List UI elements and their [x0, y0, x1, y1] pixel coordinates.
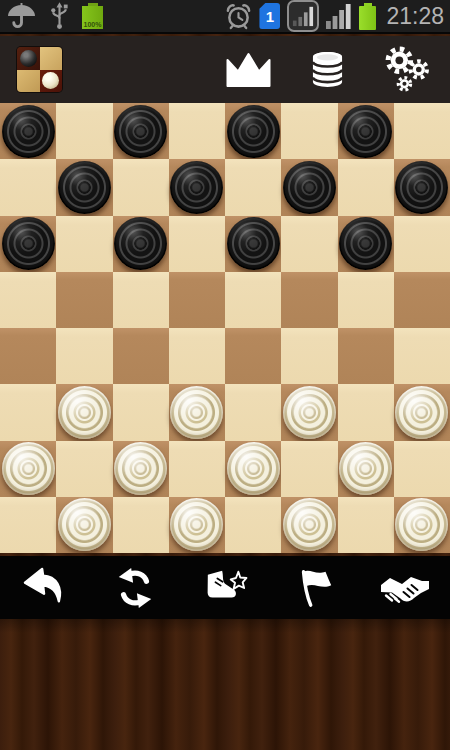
- usb-icon: [49, 2, 70, 31]
- app-icon-light-square: [17, 70, 40, 93]
- stack-icon: [311, 51, 344, 88]
- square-c3: [113, 384, 169, 440]
- square-c5: [113, 272, 169, 328]
- square-a3: [0, 384, 56, 440]
- white-piece[interactable]: [114, 442, 167, 495]
- square-g7: [338, 159, 394, 215]
- app-icon-dark-square: [17, 47, 40, 70]
- app-icon-white-piece: [42, 72, 59, 89]
- battery-100-icon: 100%: [82, 3, 103, 29]
- square-c8[interactable]: [113, 103, 169, 159]
- square-e8[interactable]: [225, 103, 281, 159]
- square-e2[interactable]: [225, 441, 281, 497]
- square-a7: [0, 159, 56, 215]
- restart-icon: [114, 566, 156, 610]
- app-icon-dark-square: [40, 70, 63, 93]
- square-d8: [169, 103, 225, 159]
- status-clock: 21:28: [386, 3, 444, 30]
- square-e3: [225, 384, 281, 440]
- square-h8: [394, 103, 450, 159]
- square-a8[interactable]: [0, 103, 56, 159]
- black-piece[interactable]: [283, 161, 336, 214]
- app-icon-light-square: [40, 47, 63, 70]
- crown-icon: [225, 51, 272, 89]
- square-f3[interactable]: [281, 384, 337, 440]
- square-b6: [56, 216, 112, 272]
- resign-flag-icon: [293, 567, 337, 609]
- undo-icon: [22, 567, 68, 609]
- square-e6[interactable]: [225, 216, 281, 272]
- white-piece[interactable]: [170, 498, 223, 551]
- battery-icon: [359, 3, 376, 30]
- square-a6[interactable]: [0, 216, 56, 272]
- kick-button[interactable]: [180, 556, 270, 619]
- square-b4: [56, 328, 112, 384]
- kick-icon: [197, 567, 253, 609]
- white-piece[interactable]: [170, 386, 223, 439]
- square-b5[interactable]: [56, 272, 112, 328]
- wood-background: [0, 619, 450, 750]
- crown-button[interactable]: [224, 45, 272, 95]
- mobile-network-icon: [287, 0, 319, 32]
- square-g1: [338, 497, 394, 553]
- square-h3[interactable]: [394, 384, 450, 440]
- square-c2[interactable]: [113, 441, 169, 497]
- status-bar-left: 100%: [6, 2, 103, 31]
- settings-gears-icon: [383, 46, 430, 93]
- black-piece[interactable]: [227, 105, 280, 158]
- black-piece[interactable]: [227, 217, 280, 270]
- draw-button[interactable]: [360, 556, 450, 619]
- square-c1: [113, 497, 169, 553]
- app-icon[interactable]: [17, 47, 62, 92]
- square-g2[interactable]: [338, 441, 394, 497]
- status-bar-right: 1 21:28: [225, 0, 444, 32]
- black-piece[interactable]: [2, 105, 55, 158]
- battery-percent-label: 100%: [82, 21, 103, 28]
- black-piece[interactable]: [339, 217, 392, 270]
- square-g3: [338, 384, 394, 440]
- black-piece[interactable]: [114, 105, 167, 158]
- square-g4[interactable]: [338, 328, 394, 384]
- white-piece[interactable]: [283, 498, 336, 551]
- white-piece[interactable]: [2, 442, 55, 495]
- square-f2: [281, 441, 337, 497]
- white-piece[interactable]: [58, 386, 111, 439]
- square-f7[interactable]: [281, 159, 337, 215]
- square-d1[interactable]: [169, 497, 225, 553]
- square-f4: [281, 328, 337, 384]
- square-e7: [225, 159, 281, 215]
- action-bar: [0, 556, 450, 619]
- white-piece[interactable]: [339, 442, 392, 495]
- undo-button[interactable]: [0, 556, 90, 619]
- square-f5[interactable]: [281, 272, 337, 328]
- black-piece[interactable]: [395, 161, 448, 214]
- square-a5: [0, 272, 56, 328]
- square-d6: [169, 216, 225, 272]
- white-piece[interactable]: [395, 498, 448, 551]
- square-d7[interactable]: [169, 159, 225, 215]
- square-f6: [281, 216, 337, 272]
- white-piece[interactable]: [58, 498, 111, 551]
- black-piece[interactable]: [170, 161, 223, 214]
- restart-button[interactable]: [90, 556, 180, 619]
- square-e4[interactable]: [225, 328, 281, 384]
- signal-strength-icon: [326, 4, 352, 29]
- square-h2: [394, 441, 450, 497]
- checkers-board: [0, 103, 450, 553]
- square-c6[interactable]: [113, 216, 169, 272]
- square-d5[interactable]: [169, 272, 225, 328]
- white-piece[interactable]: [227, 442, 280, 495]
- status-bar: 100% 1: [0, 0, 450, 34]
- white-piece[interactable]: [283, 386, 336, 439]
- draw-handshake-icon: [380, 569, 430, 607]
- square-d2: [169, 441, 225, 497]
- square-e1: [225, 497, 281, 553]
- square-c7: [113, 159, 169, 215]
- resign-button[interactable]: [270, 556, 360, 619]
- black-piece[interactable]: [58, 161, 111, 214]
- app-icon-black-piece: [20, 50, 37, 67]
- square-g8[interactable]: [338, 103, 394, 159]
- square-a1: [0, 497, 56, 553]
- square-a4[interactable]: [0, 328, 56, 384]
- square-b1[interactable]: [56, 497, 112, 553]
- square-e5: [225, 272, 281, 328]
- square-d4: [169, 328, 225, 384]
- black-piece[interactable]: [114, 217, 167, 270]
- square-h6: [394, 216, 450, 272]
- app-toolbar: [0, 36, 450, 103]
- square-g6[interactable]: [338, 216, 394, 272]
- square-c4[interactable]: [113, 328, 169, 384]
- black-piece[interactable]: [2, 217, 55, 270]
- square-f1[interactable]: [281, 497, 337, 553]
- square-f8: [281, 103, 337, 159]
- toolbar-actions: [224, 45, 430, 95]
- stack-button[interactable]: [303, 45, 351, 95]
- square-h4: [394, 328, 450, 384]
- black-piece[interactable]: [339, 105, 392, 158]
- square-g5: [338, 272, 394, 328]
- alarm-clock-icon: [225, 3, 252, 30]
- sim-notification-badge: 1: [259, 3, 280, 29]
- square-d3[interactable]: [169, 384, 225, 440]
- umbrella-icon: [6, 3, 37, 30]
- phone-screen: 100% 1: [0, 0, 450, 750]
- settings-button[interactable]: [382, 45, 430, 95]
- square-h7[interactable]: [394, 159, 450, 215]
- square-h1[interactable]: [394, 497, 450, 553]
- square-b2: [56, 441, 112, 497]
- square-b3[interactable]: [56, 384, 112, 440]
- square-b7[interactable]: [56, 159, 112, 215]
- square-b8: [56, 103, 112, 159]
- white-piece[interactable]: [395, 386, 448, 439]
- notification-count: 1: [266, 8, 274, 25]
- square-a2[interactable]: [0, 441, 56, 497]
- square-h5[interactable]: [394, 272, 450, 328]
